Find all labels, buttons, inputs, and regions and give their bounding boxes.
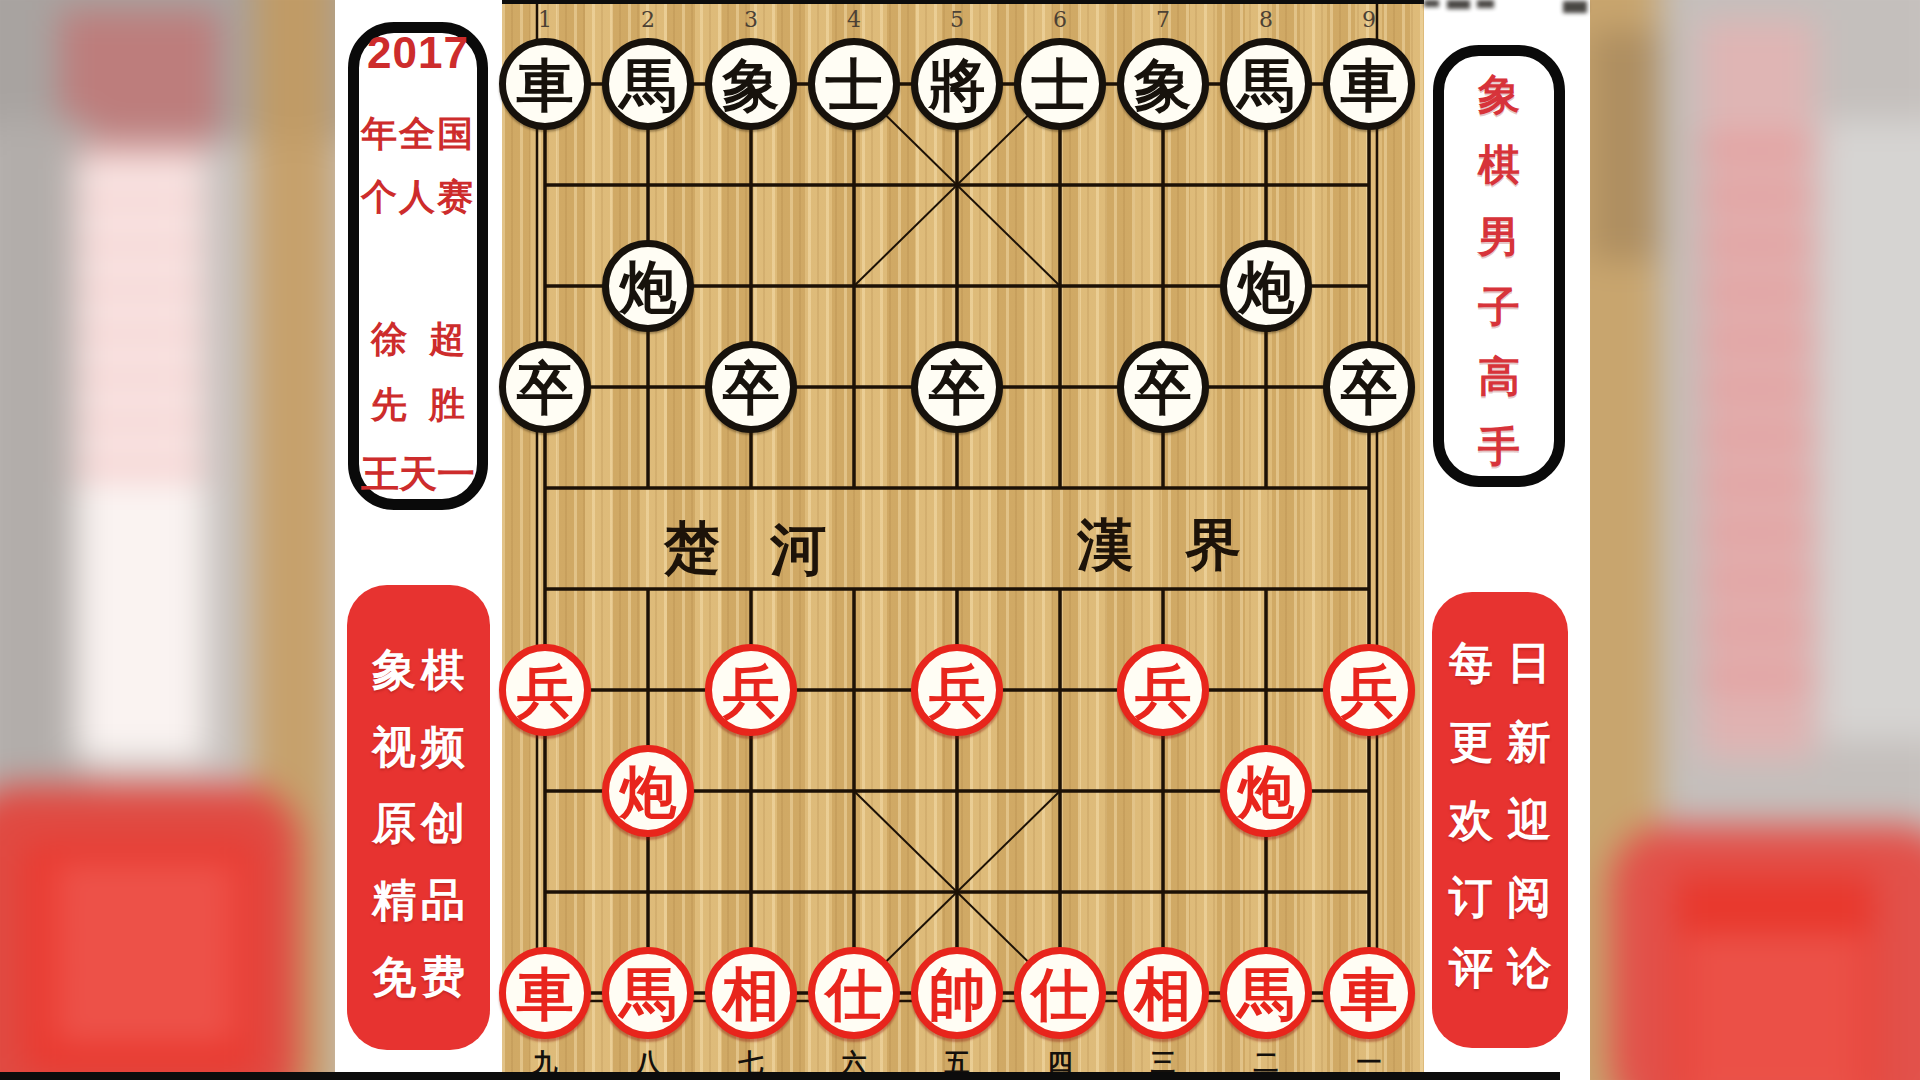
piece-black-chariot[interactable]: 車 (499, 38, 591, 130)
top-edge-fragment (1477, 0, 1494, 8)
promo-char: 频 (421, 724, 465, 770)
promo-text-row: 每日 (1432, 640, 1568, 686)
piece-black-cannon[interactable]: 炮 (602, 240, 694, 332)
promo-char: 原 (372, 800, 416, 846)
piece-red-horse[interactable]: 馬 (1220, 947, 1312, 1039)
promo-char: 精 (372, 877, 416, 923)
piece-black-advisor[interactable]: 士 (1014, 38, 1106, 130)
promo-char: 视 (372, 724, 416, 770)
piece-red-soldier[interactable]: 兵 (911, 644, 1003, 736)
promo-panel-left: 象棋视频原创精品免费 (347, 585, 490, 1050)
piece-red-soldier[interactable]: 兵 (499, 644, 591, 736)
promo-char: 论 (1507, 945, 1551, 991)
piece-red-elephant[interactable]: 相 (1117, 947, 1209, 1039)
promo-text-row: 评论 (1432, 945, 1568, 991)
promo-char: 象 (372, 647, 416, 693)
blurred-background-left (0, 0, 335, 1080)
promo-char: 棋 (421, 647, 465, 693)
piece-black-horse[interactable]: 馬 (1220, 38, 1312, 130)
file-label-top: 3 (744, 7, 758, 32)
piece-red-chariot[interactable]: 車 (499, 947, 591, 1039)
promo-char: 创 (421, 800, 465, 846)
piece-black-soldier[interactable]: 卒 (1323, 341, 1415, 433)
bottom-black-bar (0, 1072, 1560, 1080)
event-year: 2017 (359, 31, 477, 75)
piece-red-general[interactable]: 帥 (911, 947, 1003, 1039)
promo-text-row: 更新 (1432, 719, 1568, 765)
player-char: 徐 (371, 316, 407, 360)
opponent-name: 王天一 (359, 452, 477, 496)
promo-char: 评 (1449, 945, 1493, 991)
piece-red-advisor[interactable]: 仕 (808, 947, 900, 1039)
piece-black-advisor[interactable]: 士 (808, 38, 900, 130)
category-char: 高 (1444, 355, 1554, 399)
promo-text-row: 订阅 (1432, 874, 1568, 920)
promo-text-row: 免费 (347, 954, 490, 1000)
file-label-top: 8 (1259, 7, 1273, 32)
video-frame: 123456789九八七六五四三二一楚河漢界車馬象士將士象馬車炮炮卒卒卒卒卒兵兵… (0, 0, 1920, 1080)
file-label-top: 7 (1156, 7, 1170, 32)
promo-char: 费 (421, 954, 465, 1000)
top-edge-fragment (1424, 0, 1439, 7)
piece-black-elephant[interactable]: 象 (1117, 38, 1209, 130)
category-char: 子 (1444, 285, 1554, 329)
category-char: 手 (1444, 425, 1554, 469)
piece-black-soldier[interactable]: 卒 (911, 341, 1003, 433)
promo-char: 订 (1449, 874, 1493, 920)
river-inscription: 漢 (1077, 516, 1133, 572)
piece-red-elephant[interactable]: 相 (705, 947, 797, 1039)
player-char: 超 (429, 316, 465, 360)
promo-text-row: 精品 (347, 877, 490, 923)
promo-text-row: 象棋 (347, 647, 490, 693)
file-label-top: 9 (1362, 7, 1376, 32)
promo-char: 品 (421, 877, 465, 923)
file-label-top: 2 (641, 7, 655, 32)
piece-black-cannon[interactable]: 炮 (1220, 240, 1312, 332)
piece-red-cannon[interactable]: 炮 (1220, 745, 1312, 837)
piece-black-soldier[interactable]: 卒 (499, 341, 591, 433)
piece-black-chariot[interactable]: 車 (1323, 38, 1415, 130)
piece-black-horse[interactable]: 馬 (602, 38, 694, 130)
board-top-edge (502, 0, 1424, 4)
piece-red-soldier[interactable]: 兵 (1323, 644, 1415, 736)
promo-char: 免 (372, 954, 416, 1000)
board: 123456789九八七六五四三二一楚河漢界車馬象士將士象馬車炮炮卒卒卒卒卒兵兵… (502, 0, 1424, 1080)
promo-char: 更 (1449, 719, 1493, 765)
result-row: 先 胜 (359, 382, 477, 426)
category-panel: 象 棋 男 子 高 手 (1433, 45, 1565, 487)
promo-char: 每 (1449, 640, 1493, 686)
file-label-top: 1 (538, 7, 552, 32)
promo-char: 新 (1507, 719, 1551, 765)
category-char: 男 (1444, 215, 1554, 259)
result-char: 胜 (429, 382, 465, 426)
file-label-top: 5 (950, 7, 964, 32)
piece-red-advisor[interactable]: 仕 (1014, 947, 1106, 1039)
promo-char: 迎 (1507, 797, 1551, 843)
promo-text-row: 视频 (347, 724, 490, 770)
piece-red-chariot[interactable]: 車 (1323, 947, 1415, 1039)
file-label-top: 4 (847, 7, 861, 32)
blurred-background-right (1590, 0, 1920, 1080)
piece-black-general[interactable]: 將 (911, 38, 1003, 130)
category-char: 棋 (1444, 143, 1554, 187)
piece-red-cannon[interactable]: 炮 (602, 745, 694, 837)
promo-panel-right: 每日更新欢迎订阅评论 (1432, 592, 1568, 1048)
event-info-panel: 2017 年全国 个人赛 徐 超 先 胜 王天一 (348, 22, 488, 510)
players-row: 徐 超 (359, 316, 477, 360)
top-edge-fragment (1563, 1, 1587, 13)
promo-text-row: 原创 (347, 800, 490, 846)
piece-black-soldier[interactable]: 卒 (705, 341, 797, 433)
board-grid (502, 0, 1424, 1080)
piece-red-soldier[interactable]: 兵 (1117, 644, 1209, 736)
piece-black-soldier[interactable]: 卒 (1117, 341, 1209, 433)
promo-char: 欢 (1449, 797, 1493, 843)
promo-text-row: 欢迎 (1432, 797, 1568, 843)
top-edge-fragment (1447, 0, 1470, 9)
promo-char: 日 (1507, 640, 1551, 686)
piece-red-horse[interactable]: 馬 (602, 947, 694, 1039)
file-label-top: 6 (1053, 7, 1067, 32)
piece-black-elephant[interactable]: 象 (705, 38, 797, 130)
river-inscription: 河 (770, 521, 826, 577)
result-char: 先 (371, 382, 407, 426)
event-line: 年全国 (359, 111, 477, 155)
piece-red-soldier[interactable]: 兵 (705, 644, 797, 736)
river-inscription: 界 (1185, 516, 1241, 572)
category-char: 象 (1444, 73, 1554, 117)
river-inscription: 楚 (664, 519, 720, 575)
event-line: 个人赛 (359, 174, 477, 218)
promo-char: 阅 (1507, 874, 1551, 920)
